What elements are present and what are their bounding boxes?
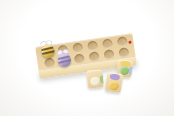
hollow (43, 57, 54, 68)
hole-r2c5[interactable] (100, 48, 116, 61)
bee-body (56, 52, 71, 67)
die-side-face-dot-icon (100, 75, 104, 83)
die-3[interactable] (105, 72, 124, 93)
die-side-face-dot-icon (128, 67, 133, 75)
hole-r2c1[interactable] (41, 56, 57, 69)
photo-scene (0, 0, 174, 116)
hollow (118, 47, 129, 58)
hole-r2c3[interactable] (71, 52, 87, 65)
hole-r2c2[interactable] (56, 54, 72, 67)
yellow-bee-piece[interactable] (40, 43, 55, 58)
die-top-face-dot-icon (110, 73, 121, 80)
hole-r2c4[interactable] (85, 50, 101, 63)
hole-r1c1[interactable] (39, 45, 55, 58)
hollow (73, 53, 84, 64)
bee-body (40, 43, 55, 58)
die-2[interactable] (86, 69, 104, 88)
hole-r2c6[interactable] (115, 46, 131, 59)
hollow (103, 49, 114, 60)
hollow (88, 51, 99, 62)
die-front-face-dot-icon (90, 76, 100, 86)
die-front-face-dot-icon (108, 80, 119, 91)
purple-bee-piece[interactable] (56, 52, 71, 67)
